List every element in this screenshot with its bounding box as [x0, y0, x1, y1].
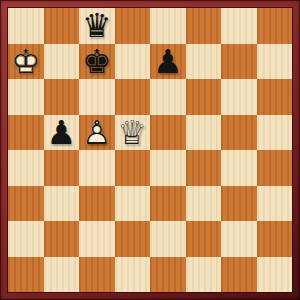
square-b5[interactable]: ♟	[44, 115, 80, 151]
square-e6[interactable]	[150, 79, 186, 115]
square-h5[interactable]	[257, 115, 293, 151]
square-c1[interactable]	[79, 257, 115, 293]
square-h4[interactable]	[257, 150, 293, 186]
square-a7[interactable]: ♚♔	[8, 44, 44, 80]
black-pawn[interactable]: ♟	[150, 44, 186, 80]
square-d1[interactable]	[115, 257, 151, 293]
square-b6[interactable]	[44, 79, 80, 115]
white-king-outline: ♔	[8, 44, 44, 80]
square-c6[interactable]	[79, 79, 115, 115]
square-c4[interactable]	[79, 150, 115, 186]
square-h2[interactable]	[257, 221, 293, 257]
square-a2[interactable]	[8, 221, 44, 257]
square-g7[interactable]	[221, 44, 257, 80]
square-f4[interactable]	[186, 150, 222, 186]
square-a6[interactable]	[8, 79, 44, 115]
square-d5[interactable]: ♛♕	[115, 115, 151, 151]
square-f5[interactable]	[186, 115, 222, 151]
square-h3[interactable]	[257, 186, 293, 222]
square-d3[interactable]	[115, 186, 151, 222]
square-c5[interactable]: ♟♙	[79, 115, 115, 151]
square-b2[interactable]	[44, 221, 80, 257]
square-d2[interactable]	[115, 221, 151, 257]
square-f2[interactable]	[186, 221, 222, 257]
square-f3[interactable]	[186, 186, 222, 222]
white-queen-outline: ♕	[115, 115, 151, 151]
square-f7[interactable]	[186, 44, 222, 80]
square-c2[interactable]	[79, 221, 115, 257]
square-b8[interactable]	[44, 8, 80, 44]
square-a8[interactable]	[8, 8, 44, 44]
square-a3[interactable]	[8, 186, 44, 222]
square-e3[interactable]	[150, 186, 186, 222]
square-g3[interactable]	[221, 186, 257, 222]
square-d8[interactable]	[115, 8, 151, 44]
square-c3[interactable]	[79, 186, 115, 222]
square-h7[interactable]	[257, 44, 293, 80]
square-h8[interactable]	[257, 8, 293, 44]
chess-board: ♛♚♔♚♟♟♟♙♛♕	[8, 8, 292, 292]
square-g2[interactable]	[221, 221, 257, 257]
square-d7[interactable]	[115, 44, 151, 80]
square-g5[interactable]	[221, 115, 257, 151]
square-b7[interactable]	[44, 44, 80, 80]
square-g6[interactable]	[221, 79, 257, 115]
square-f1[interactable]	[186, 257, 222, 293]
square-c7[interactable]: ♚	[79, 44, 115, 80]
square-d6[interactable]	[115, 79, 151, 115]
black-queen[interactable]: ♛	[79, 8, 115, 44]
square-b1[interactable]	[44, 257, 80, 293]
square-g4[interactable]	[221, 150, 257, 186]
white-king[interactable]: ♚♔	[8, 44, 44, 80]
square-f6[interactable]	[186, 79, 222, 115]
black-king[interactable]: ♚	[79, 44, 115, 80]
square-b4[interactable]	[44, 150, 80, 186]
white-queen[interactable]: ♛♕	[115, 115, 151, 151]
square-e8[interactable]	[150, 8, 186, 44]
square-f8[interactable]	[186, 8, 222, 44]
square-a1[interactable]	[8, 257, 44, 293]
square-h6[interactable]	[257, 79, 293, 115]
square-a5[interactable]	[8, 115, 44, 151]
white-pawn-outline: ♙	[79, 115, 115, 151]
square-d4[interactable]	[115, 150, 151, 186]
board-frame: ♛♚♔♚♟♟♟♙♛♕	[0, 0, 300, 300]
black-pawn[interactable]: ♟	[44, 115, 80, 151]
white-pawn[interactable]: ♟♙	[79, 115, 115, 151]
square-g8[interactable]	[221, 8, 257, 44]
square-e5[interactable]	[150, 115, 186, 151]
square-a4[interactable]	[8, 150, 44, 186]
square-c8[interactable]: ♛	[79, 8, 115, 44]
square-e1[interactable]	[150, 257, 186, 293]
square-b3[interactable]	[44, 186, 80, 222]
square-e2[interactable]	[150, 221, 186, 257]
square-e4[interactable]	[150, 150, 186, 186]
square-e7[interactable]: ♟	[150, 44, 186, 80]
square-h1[interactable]	[257, 257, 293, 293]
square-g1[interactable]	[221, 257, 257, 293]
